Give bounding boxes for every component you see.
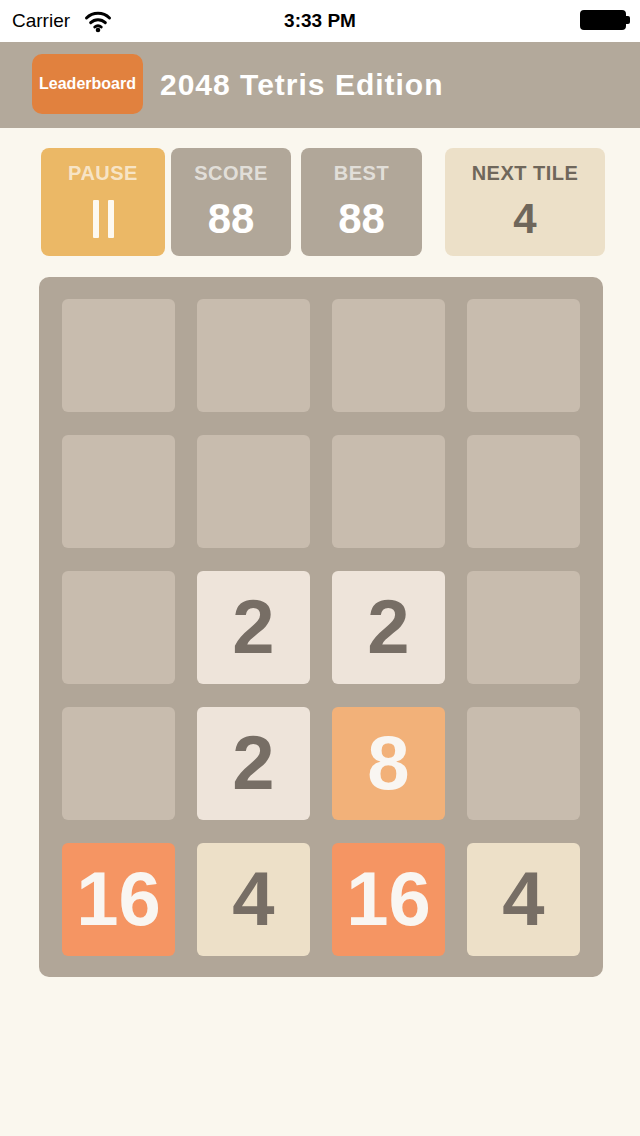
next-tile-value: 4: [445, 194, 605, 244]
nav-header: Leaderboard 2048 Tetris Edition: [0, 42, 640, 128]
empty-cell: [62, 299, 175, 412]
battery-icon: [580, 10, 626, 30]
tile-2: 2: [197, 571, 310, 684]
tile-16: 16: [62, 843, 175, 956]
tile-4: 4: [197, 843, 310, 956]
pause-button[interactable]: PAUSE: [41, 148, 165, 256]
best-box: BEST 88: [301, 148, 422, 256]
leaderboard-button[interactable]: Leaderboard: [32, 54, 143, 114]
tile-4: 4: [467, 843, 580, 956]
app-screen: Carrier 3:33 PM Leaderboard 2048 Tetris …: [0, 0, 640, 1136]
score-value: 88: [171, 194, 291, 244]
empty-cell: [467, 435, 580, 548]
empty-cell: [332, 435, 445, 548]
best-value: 88: [301, 194, 422, 244]
best-label: BEST: [301, 162, 422, 185]
empty-cell: [332, 299, 445, 412]
status-bar: Carrier 3:33 PM: [0, 0, 640, 42]
empty-cell: [62, 571, 175, 684]
score-label: SCORE: [171, 162, 291, 185]
empty-cell: [467, 571, 580, 684]
empty-cell: [197, 435, 310, 548]
empty-cell: [197, 299, 310, 412]
next-tile-box: NEXT TILE 4: [445, 148, 605, 256]
pause-bar-right: [108, 200, 114, 238]
score-box: SCORE 88: [171, 148, 291, 256]
empty-cell: [467, 707, 580, 820]
pause-bar-left: [93, 200, 99, 238]
pause-label: PAUSE: [41, 162, 165, 185]
next-tile-label: NEXT TILE: [445, 162, 605, 185]
clock: 3:33 PM: [0, 0, 640, 42]
empty-cell: [62, 435, 175, 548]
page-title: 2048 Tetris Edition: [160, 42, 444, 128]
tile-16: 16: [332, 843, 445, 956]
pause-bars-icon: [41, 200, 165, 238]
empty-cell: [467, 299, 580, 412]
empty-cell: [62, 707, 175, 820]
tile-2: 2: [197, 707, 310, 820]
tile-8: 8: [332, 707, 445, 820]
tile-2: 2: [332, 571, 445, 684]
board[interactable]: 2228164164: [39, 277, 603, 977]
